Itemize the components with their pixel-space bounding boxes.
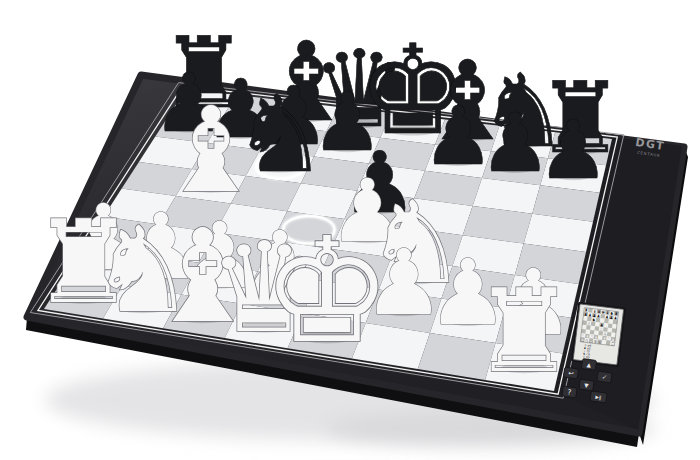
- play-pause-button[interactable]: ▶‖: [590, 391, 607, 403]
- piece-white-rook-h1[interactable]: ♜: [473, 264, 576, 398]
- up-button[interactable]: ▲: [581, 359, 596, 371]
- down-button[interactable]: ▼: [579, 379, 594, 391]
- piece-black-pawn-h7[interactable]: ♟: [537, 103, 610, 197]
- board-scene: ♜♝♛♟♚♟♝♟♞♟♜♟♞♟♟♝♟♟♟♟♞♟♟♜♞♟♝♟♛♟♚♜ DGT CEN…: [0, 0, 700, 460]
- help-button[interactable]: ?: [562, 386, 577, 398]
- confirm-button[interactable]: ✓: [597, 371, 612, 383]
- checkmark-icon: ✓: [601, 373, 608, 382]
- mini-piece-white-bishop: ♝: [587, 321, 591, 326]
- mini-piece-black-knight: ♞: [592, 317, 596, 322]
- back-button[interactable]: ↩: [563, 367, 578, 379]
- dgt-centaur-scene: ♜♝♛♟♚♟♝♟♞♟♜♟♞♟♟♝♟♟♟♟♞♟♟♜♞♟♝♟♛♟♚♜ DGT CEN…: [0, 0, 700, 460]
- display-screen: ♜♝♛♚♝♞♜♟♟♟♟♟♟♟♞♟♝♟♞♟♟♟♟♟♟♟♜♞♝♛♚♜ ♙ e4 ♟ …: [571, 302, 626, 367]
- piece-white-king-e1[interactable]: ♚: [262, 207, 392, 375]
- display-mini-board: ♜♝♛♚♝♞♜♟♟♟♟♟♟♟♞♟♝♟♞♟♟♟♟♟♟♟♜♞♝♛♚♜: [580, 307, 618, 346]
